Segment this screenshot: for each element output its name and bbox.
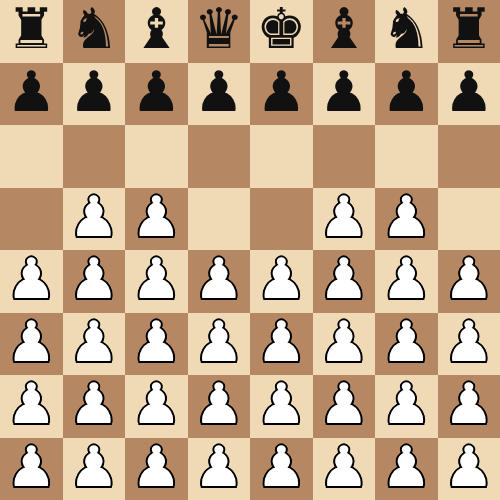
square-f2[interactable]: ♟ [313,375,376,438]
white-pawn-c1[interactable]: ♟ [131,439,181,495]
square-d6[interactable] [188,125,251,188]
square-g7[interactable]: ♟ [375,63,438,126]
white-pawn-c4[interactable]: ♟ [131,251,181,307]
square-e2[interactable]: ♟ [250,375,313,438]
square-d2[interactable]: ♟ [188,375,251,438]
square-a3[interactable]: ♟ [0,313,63,376]
square-h8[interactable]: ♜ [438,0,500,63]
white-pawn-b3[interactable]: ♟ [69,314,119,370]
black-pawn-e7[interactable]: ♟ [256,64,306,120]
square-b8[interactable]: ♞ [63,0,126,63]
black-king-e8[interactable]: ♚ [256,1,306,57]
square-d3[interactable]: ♟ [188,313,251,376]
white-pawn-f5[interactable]: ♟ [319,189,369,245]
square-g2[interactable]: ♟ [375,375,438,438]
square-c5[interactable]: ♟ [125,188,188,251]
white-pawn-b2[interactable]: ♟ [69,376,119,432]
square-g4[interactable]: ♟ [375,250,438,313]
square-b3[interactable]: ♟ [63,313,126,376]
black-queen-d8[interactable]: ♛ [194,1,244,57]
white-pawn-c5[interactable]: ♟ [131,189,181,245]
white-pawn-h2[interactable]: ♟ [444,376,494,432]
square-f6[interactable] [313,125,376,188]
square-a6[interactable] [0,125,63,188]
square-d4[interactable]: ♟ [188,250,251,313]
white-pawn-e3[interactable]: ♟ [256,314,306,370]
black-bishop-c8[interactable]: ♝ [131,1,181,57]
square-d8[interactable]: ♛ [188,0,251,63]
square-h4[interactable]: ♟ [438,250,500,313]
black-pawn-b7[interactable]: ♟ [69,64,119,120]
square-e4[interactable]: ♟ [250,250,313,313]
chess-board: ♜♞♝♛♚♝♞♜♟♟♟♟♟♟♟♟♟♟♟♟♟♟♟♟♟♟♟♟♟♟♟♟♟♟♟♟♟♟♟♟… [0,0,500,500]
square-d7[interactable]: ♟ [188,63,251,126]
square-f3[interactable]: ♟ [313,313,376,376]
square-f1[interactable]: ♟ [313,438,376,500]
white-pawn-f1[interactable]: ♟ [319,439,369,495]
square-f4[interactable]: ♟ [313,250,376,313]
square-c2[interactable]: ♟ [125,375,188,438]
black-knight-g8[interactable]: ♞ [381,1,431,57]
white-pawn-e1[interactable]: ♟ [256,439,306,495]
white-pawn-g5[interactable]: ♟ [381,189,431,245]
white-pawn-a3[interactable]: ♟ [6,314,56,370]
white-pawn-a2[interactable]: ♟ [6,376,56,432]
white-pawn-g3[interactable]: ♟ [381,314,431,370]
white-pawn-c3[interactable]: ♟ [131,314,181,370]
square-b7[interactable]: ♟ [63,63,126,126]
square-d1[interactable]: ♟ [188,438,251,500]
black-rook-h8[interactable]: ♜ [444,1,494,57]
square-e3[interactable]: ♟ [250,313,313,376]
white-pawn-d1[interactable]: ♟ [194,439,244,495]
square-e1[interactable]: ♟ [250,438,313,500]
square-a4[interactable]: ♟ [0,250,63,313]
square-a7[interactable]: ♟ [0,63,63,126]
black-pawn-f7[interactable]: ♟ [319,64,369,120]
square-a2[interactable]: ♟ [0,375,63,438]
white-pawn-h1[interactable]: ♟ [444,439,494,495]
white-pawn-e4[interactable]: ♟ [256,251,306,307]
white-pawn-d4[interactable]: ♟ [194,251,244,307]
white-pawn-h3[interactable]: ♟ [444,314,494,370]
white-pawn-b4[interactable]: ♟ [69,251,119,307]
square-f7[interactable]: ♟ [313,63,376,126]
white-pawn-a1[interactable]: ♟ [6,439,56,495]
white-pawn-g2[interactable]: ♟ [381,376,431,432]
square-b1[interactable]: ♟ [63,438,126,500]
square-b2[interactable]: ♟ [63,375,126,438]
square-e8[interactable]: ♚ [250,0,313,63]
black-bishop-f8[interactable]: ♝ [319,1,369,57]
square-e7[interactable]: ♟ [250,63,313,126]
black-pawn-a7[interactable]: ♟ [6,64,56,120]
white-pawn-c2[interactable]: ♟ [131,376,181,432]
black-knight-b8[interactable]: ♞ [69,1,119,57]
square-h3[interactable]: ♟ [438,313,500,376]
square-h6[interactable] [438,125,500,188]
square-b6[interactable] [63,125,126,188]
square-a1[interactable]: ♟ [0,438,63,500]
white-pawn-g4[interactable]: ♟ [381,251,431,307]
square-g8[interactable]: ♞ [375,0,438,63]
white-pawn-f3[interactable]: ♟ [319,314,369,370]
black-pawn-g7[interactable]: ♟ [381,64,431,120]
black-pawn-c7[interactable]: ♟ [131,64,181,120]
square-h7[interactable]: ♟ [438,63,500,126]
black-rook-a8[interactable]: ♜ [6,1,56,57]
square-e5[interactable] [250,188,313,251]
square-a8[interactable]: ♜ [0,0,63,63]
square-h5[interactable] [438,188,500,251]
square-d5[interactable] [188,188,251,251]
square-g6[interactable] [375,125,438,188]
square-b5[interactable]: ♟ [63,188,126,251]
square-e6[interactable] [250,125,313,188]
square-b4[interactable]: ♟ [63,250,126,313]
white-pawn-h4[interactable]: ♟ [444,251,494,307]
square-h1[interactable]: ♟ [438,438,500,500]
white-pawn-d2[interactable]: ♟ [194,376,244,432]
white-pawn-g1[interactable]: ♟ [381,439,431,495]
square-g5[interactable]: ♟ [375,188,438,251]
white-pawn-f4[interactable]: ♟ [319,251,369,307]
square-c4[interactable]: ♟ [125,250,188,313]
white-pawn-d3[interactable]: ♟ [194,314,244,370]
white-pawn-b1[interactable]: ♟ [69,439,119,495]
square-h2[interactable]: ♟ [438,375,500,438]
square-f5[interactable]: ♟ [313,188,376,251]
white-pawn-e2[interactable]: ♟ [256,376,306,432]
black-pawn-d7[interactable]: ♟ [194,64,244,120]
square-a5[interactable] [0,188,63,251]
black-pawn-h7[interactable]: ♟ [444,64,494,120]
square-c3[interactable]: ♟ [125,313,188,376]
square-f8[interactable]: ♝ [313,0,376,63]
white-pawn-b5[interactable]: ♟ [69,189,119,245]
square-c7[interactable]: ♟ [125,63,188,126]
white-pawn-a4[interactable]: ♟ [6,251,56,307]
white-pawn-f2[interactable]: ♟ [319,376,369,432]
square-g3[interactable]: ♟ [375,313,438,376]
square-c8[interactable]: ♝ [125,0,188,63]
square-g1[interactable]: ♟ [375,438,438,500]
square-c1[interactable]: ♟ [125,438,188,500]
square-c6[interactable] [125,125,188,188]
